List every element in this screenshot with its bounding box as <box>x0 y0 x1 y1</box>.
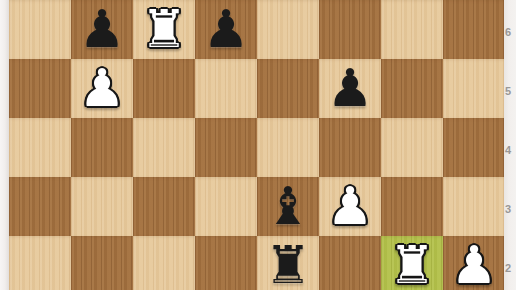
rank-label-6: 6 <box>504 26 516 38</box>
square-c2[interactable] <box>133 236 195 290</box>
rank-label-5: 5 <box>504 85 516 97</box>
square-c3[interactable] <box>133 177 195 236</box>
square-e5[interactable] <box>257 59 319 118</box>
piece-wR-g2[interactable]: ♜ <box>381 236 443 290</box>
piece-bR-e2[interactable]: ♜ <box>257 236 319 290</box>
rank-label-2: 2 <box>504 262 516 274</box>
square-b6[interactable]: ♟ <box>71 0 133 59</box>
square-b5[interactable]: ♟ <box>71 59 133 118</box>
piece-bP-b6[interactable]: ♟ <box>71 0 133 59</box>
square-a3[interactable] <box>9 177 71 236</box>
piece-bP-f5[interactable]: ♟ <box>319 59 381 118</box>
square-b3[interactable] <box>71 177 133 236</box>
square-d3[interactable] <box>195 177 257 236</box>
page: ♟♜♟♟♟♝♟♜♜♟ 65432 <box>0 0 516 290</box>
piece-wP-h2[interactable]: ♟ <box>443 236 505 290</box>
square-g5[interactable] <box>381 59 443 118</box>
square-e2[interactable]: ♜ <box>257 236 319 290</box>
square-f5[interactable]: ♟ <box>319 59 381 118</box>
right-margin: 65432 <box>504 0 516 290</box>
chess-board: ♟♜♟♟♟♝♟♜♜♟ <box>9 0 505 290</box>
square-b4[interactable] <box>71 118 133 177</box>
square-g2[interactable]: ♜ <box>381 236 443 290</box>
square-d6[interactable]: ♟ <box>195 0 257 59</box>
square-a4[interactable] <box>9 118 71 177</box>
square-e4[interactable] <box>257 118 319 177</box>
square-g3[interactable] <box>381 177 443 236</box>
square-f4[interactable] <box>319 118 381 177</box>
square-g6[interactable] <box>381 0 443 59</box>
piece-wP-b5[interactable]: ♟ <box>71 59 133 118</box>
square-a5[interactable] <box>9 59 71 118</box>
square-b2[interactable] <box>71 236 133 290</box>
rank-labels: 65432 <box>504 0 516 290</box>
square-h4[interactable] <box>443 118 505 177</box>
square-h5[interactable] <box>443 59 505 118</box>
rank-label-4: 4 <box>504 144 516 156</box>
square-f2[interactable] <box>319 236 381 290</box>
square-h3[interactable] <box>443 177 505 236</box>
piece-wR-c6[interactable]: ♜ <box>133 0 195 59</box>
square-h6[interactable] <box>443 0 505 59</box>
square-e3[interactable]: ♝ <box>257 177 319 236</box>
square-c5[interactable] <box>133 59 195 118</box>
piece-bP-d6[interactable]: ♟ <box>195 0 257 59</box>
square-a2[interactable] <box>9 236 71 290</box>
square-f6[interactable] <box>319 0 381 59</box>
square-a6[interactable] <box>9 0 71 59</box>
square-d4[interactable] <box>195 118 257 177</box>
square-c4[interactable] <box>133 118 195 177</box>
piece-wP-f3[interactable]: ♟ <box>319 177 381 236</box>
piece-bB-e3[interactable]: ♝ <box>257 177 319 236</box>
square-d5[interactable] <box>195 59 257 118</box>
rank-label-3: 3 <box>504 203 516 215</box>
square-d2[interactable] <box>195 236 257 290</box>
square-c6[interactable]: ♜ <box>133 0 195 59</box>
square-f3[interactable]: ♟ <box>319 177 381 236</box>
square-h2[interactable]: ♟ <box>443 236 505 290</box>
square-e6[interactable] <box>257 0 319 59</box>
square-g4[interactable] <box>381 118 443 177</box>
left-margin <box>0 0 9 290</box>
